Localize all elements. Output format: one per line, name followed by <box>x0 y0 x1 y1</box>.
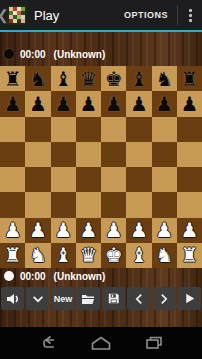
save-button[interactable] <box>102 287 125 310</box>
square-e4[interactable] <box>101 167 126 192</box>
chess-board[interactable]: ♜♞♝♛♚♝♞♜♟♟♟♟♟♟♟♟♟♟♟♟♟♟♟♟♜♞♝♛♚♝♞♜ <box>0 66 202 268</box>
square-c7[interactable]: ♟ <box>51 91 76 116</box>
new-game-label: New <box>54 294 73 304</box>
white-bishop-piece[interactable]: ♝ <box>54 245 72 265</box>
black-pawn-piece[interactable]: ♟ <box>105 94 123 114</box>
square-b8[interactable]: ♞ <box>25 66 50 91</box>
square-h6[interactable] <box>177 117 202 142</box>
square-f8[interactable]: ♝ <box>126 66 151 91</box>
app-icon[interactable] <box>7 5 27 25</box>
square-f5[interactable] <box>126 142 151 167</box>
white-pawn-piece[interactable]: ♟ <box>29 220 47 240</box>
black-pawn-piece[interactable]: ♟ <box>54 94 72 114</box>
square-d5[interactable] <box>76 142 101 167</box>
white-player-row: 00:00 (Unknown) <box>0 267 202 285</box>
square-g3[interactable] <box>152 192 177 217</box>
play-button[interactable] <box>178 287 201 310</box>
save-floppy-icon <box>106 291 121 306</box>
square-g5[interactable] <box>152 142 177 167</box>
square-c3[interactable] <box>51 192 76 217</box>
square-d1[interactable]: ♛ <box>76 243 101 268</box>
square-a1[interactable]: ♜ <box>0 243 25 268</box>
volume-button[interactable] <box>1 287 24 310</box>
black-pawn-piece[interactable]: ♟ <box>180 94 198 114</box>
android-nav-bar <box>0 327 202 359</box>
nav-home-button[interactable] <box>88 333 114 353</box>
square-d3[interactable] <box>76 192 101 217</box>
chevron-down-icon <box>31 292 45 306</box>
square-e5[interactable] <box>101 142 126 167</box>
nav-back-button[interactable] <box>35 333 61 353</box>
square-d2[interactable]: ♟ <box>76 218 101 243</box>
square-g6[interactable] <box>152 117 177 142</box>
nav-recents-icon <box>144 335 164 351</box>
square-e7[interactable]: ♟ <box>101 91 126 116</box>
square-f4[interactable] <box>126 167 151 192</box>
square-b1[interactable]: ♞ <box>25 243 50 268</box>
square-c4[interactable] <box>51 167 76 192</box>
black-pawn-piece[interactable]: ♟ <box>130 94 148 114</box>
square-f6[interactable] <box>126 117 151 142</box>
open-folder-icon <box>80 291 96 307</box>
nav-back-icon <box>38 335 58 351</box>
white-king-piece[interactable]: ♚ <box>105 245 123 265</box>
white-rook-piece[interactable]: ♜ <box>180 245 198 265</box>
page-title: Play <box>34 8 115 23</box>
new-game-button[interactable]: New <box>52 287 75 310</box>
square-a8[interactable]: ♜ <box>0 66 25 91</box>
white-rook-piece[interactable]: ♜ <box>4 245 22 265</box>
square-h1[interactable]: ♜ <box>177 243 202 268</box>
square-h7[interactable]: ♟ <box>177 91 202 116</box>
square-b3[interactable] <box>25 192 50 217</box>
square-c6[interactable] <box>51 117 76 142</box>
black-player-name: (Unknown) <box>54 49 106 60</box>
square-c8[interactable]: ♝ <box>51 66 76 91</box>
square-e1[interactable]: ♚ <box>101 243 126 268</box>
square-h2[interactable]: ♟ <box>177 218 202 243</box>
white-pawn-piece[interactable]: ♟ <box>54 220 72 240</box>
nav-recents-button[interactable] <box>141 333 167 353</box>
black-rook-piece[interactable]: ♜ <box>4 69 22 89</box>
game-toolbar: New <box>0 287 202 310</box>
overflow-menu-icon[interactable] <box>178 0 202 30</box>
black-queen-piece[interactable]: ♛ <box>79 69 97 89</box>
black-bishop-piece[interactable]: ♝ <box>54 69 72 89</box>
black-rook-piece[interactable]: ♜ <box>180 69 198 89</box>
back-caret-icon[interactable]: ❮ <box>0 7 5 23</box>
square-a6[interactable] <box>0 117 25 142</box>
square-d4[interactable] <box>76 167 101 192</box>
black-color-dot-icon <box>4 49 14 59</box>
square-d6[interactable] <box>76 117 101 142</box>
square-h4[interactable] <box>177 167 202 192</box>
square-h8[interactable]: ♜ <box>177 66 202 91</box>
square-e8[interactable]: ♚ <box>101 66 126 91</box>
square-g7[interactable]: ♟ <box>152 91 177 116</box>
square-b2[interactable]: ♟ <box>25 218 50 243</box>
black-bishop-piece[interactable]: ♝ <box>130 69 148 89</box>
chess-app-mosaic-icon <box>7 5 27 25</box>
square-b5[interactable] <box>25 142 50 167</box>
white-pawn-piece[interactable]: ♟ <box>79 220 97 240</box>
square-g4[interactable] <box>152 167 177 192</box>
square-e6[interactable] <box>101 117 126 142</box>
white-knight-piece[interactable]: ♞ <box>29 245 47 265</box>
white-pawn-piece[interactable]: ♟ <box>4 220 22 240</box>
square-f1[interactable]: ♝ <box>126 243 151 268</box>
white-bishop-piece[interactable]: ♝ <box>130 245 148 265</box>
phone-screen: ❮ Play OPTIONS 00:00 (Unknown) ♜♞♝♛♚♝♞♜♟… <box>0 0 202 359</box>
black-pawn-piece[interactable]: ♟ <box>29 94 47 114</box>
square-f7[interactable]: ♟ <box>126 91 151 116</box>
square-b7[interactable]: ♟ <box>25 91 50 116</box>
square-f3[interactable] <box>126 192 151 217</box>
black-knight-piece[interactable]: ♞ <box>155 69 173 89</box>
open-button[interactable] <box>77 287 100 310</box>
square-c2[interactable]: ♟ <box>51 218 76 243</box>
white-color-dot-icon <box>4 271 14 281</box>
square-h5[interactable] <box>177 142 202 167</box>
square-a4[interactable] <box>0 167 25 192</box>
black-knight-piece[interactable]: ♞ <box>29 69 47 89</box>
expand-more-button[interactable] <box>26 287 49 310</box>
square-h3[interactable] <box>177 192 202 217</box>
square-c5[interactable] <box>51 142 76 167</box>
square-d7[interactable]: ♟ <box>76 91 101 116</box>
white-player-name: (Unknown) <box>54 271 106 282</box>
nav-home-icon <box>90 335 112 351</box>
square-f2[interactable]: ♟ <box>126 218 151 243</box>
square-g1[interactable]: ♞ <box>152 243 177 268</box>
square-a7[interactable]: ♟ <box>0 91 25 116</box>
volume-icon <box>5 291 21 307</box>
square-a2[interactable]: ♟ <box>0 218 25 243</box>
black-pawn-piece[interactable]: ♟ <box>155 94 173 114</box>
square-e3[interactable] <box>101 192 126 217</box>
white-pawn-piece[interactable]: ♟ <box>180 220 198 240</box>
black-king-piece[interactable]: ♚ <box>105 69 123 89</box>
white-pawn-piece[interactable]: ♟ <box>105 220 123 240</box>
previous-move-button[interactable] <box>127 287 150 310</box>
square-b4[interactable] <box>25 167 50 192</box>
square-b6[interactable] <box>25 117 50 142</box>
white-clock: 00:00 <box>20 271 46 282</box>
square-g8[interactable]: ♞ <box>152 66 177 91</box>
action-bar: ❮ Play OPTIONS <box>0 0 202 32</box>
white-knight-piece[interactable]: ♞ <box>155 245 173 265</box>
black-pawn-piece[interactable]: ♟ <box>79 94 97 114</box>
square-e2[interactable]: ♟ <box>101 218 126 243</box>
chevron-left-icon <box>132 292 146 306</box>
options-button[interactable]: OPTIONS <box>115 0 177 30</box>
chevron-right-icon <box>157 292 171 306</box>
black-player-row: 00:00 (Unknown) <box>0 45 202 63</box>
next-move-button[interactable] <box>153 287 176 310</box>
white-pawn-piece[interactable]: ♟ <box>130 220 148 240</box>
white-queen-piece[interactable]: ♛ <box>79 245 97 265</box>
square-g2[interactable]: ♟ <box>152 218 177 243</box>
square-a3[interactable] <box>0 192 25 217</box>
square-a5[interactable] <box>0 142 25 167</box>
play-icon <box>182 291 197 306</box>
square-d8[interactable]: ♛ <box>76 66 101 91</box>
white-pawn-piece[interactable]: ♟ <box>155 220 173 240</box>
black-clock: 00:00 <box>20 49 46 60</box>
square-c1[interactable]: ♝ <box>51 243 76 268</box>
black-pawn-piece[interactable]: ♟ <box>4 94 22 114</box>
